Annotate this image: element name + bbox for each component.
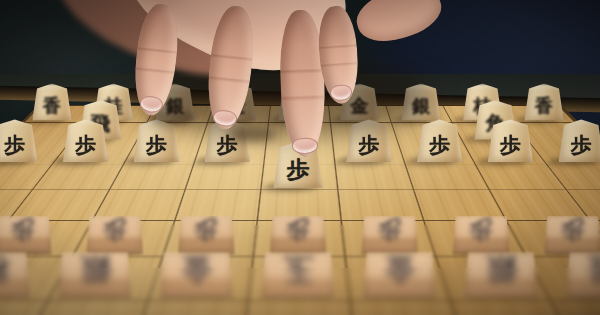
fingernail: [330, 84, 353, 101]
fingernail: [212, 109, 238, 127]
fingernail: [292, 137, 318, 154]
fingernail: [139, 95, 164, 113]
photo-scene: 香桂銀金王金銀桂香飛角歩歩歩歩歩歩歩歩歩歩歩歩歩歩歩歩歩歩香桂銀金玉金銀桂香: [0, 0, 600, 315]
hand: [0, 0, 600, 315]
thumb: [351, 0, 447, 50]
